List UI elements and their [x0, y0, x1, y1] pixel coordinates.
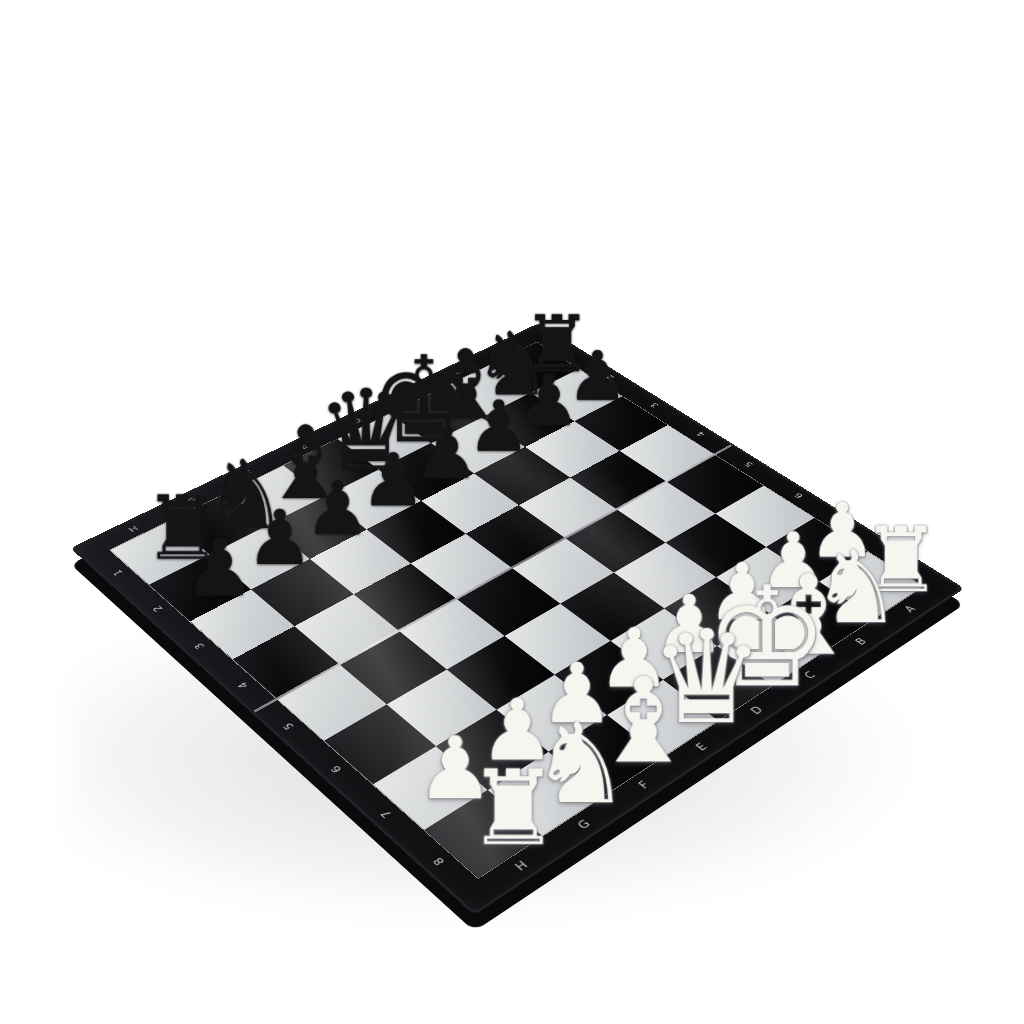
white-rook[interactable]: ♜: [467, 760, 551, 855]
black-pawn[interactable]: ♟: [183, 533, 257, 604]
photo-scene: HGFEDCBA HGFEDCBA 12345678 12345678 ♜♞♝♛…: [0, 0, 1024, 1024]
